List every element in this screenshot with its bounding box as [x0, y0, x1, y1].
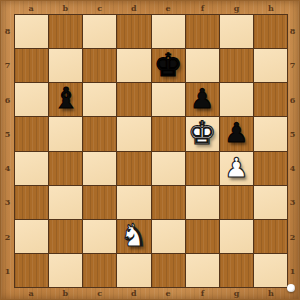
piece-black-bishop-b6[interactable]: ♝ [53, 84, 79, 113]
square-c2[interactable] [83, 220, 116, 253]
square-g1[interactable] [220, 254, 253, 287]
file-label-h: h [254, 1, 288, 14]
square-a1[interactable] [15, 254, 48, 287]
rank-labels-left: 87654321 [1, 14, 14, 288]
square-h6[interactable] [254, 83, 287, 116]
file-label-c: c [83, 1, 117, 14]
square-g5[interactable]: ♟ [220, 117, 253, 150]
square-d1[interactable] [117, 254, 150, 287]
square-f3[interactable] [186, 186, 219, 219]
file-label-f: f [185, 1, 219, 14]
board-grid: ♚♝♟♚♟♟♞ [14, 14, 288, 288]
square-b5[interactable] [49, 117, 82, 150]
square-d4[interactable] [117, 152, 150, 185]
square-c6[interactable] [83, 83, 116, 116]
square-e4[interactable] [152, 152, 185, 185]
square-e8[interactable] [152, 15, 185, 48]
file-label-d: d [117, 1, 151, 14]
square-c8[interactable] [83, 15, 116, 48]
square-h7[interactable] [254, 49, 287, 82]
rank-label-4: 4 [1, 151, 14, 185]
square-g6[interactable] [220, 83, 253, 116]
square-a7[interactable] [15, 49, 48, 82]
rank-label-6: 6 [1, 83, 14, 117]
square-h2[interactable] [254, 220, 287, 253]
rank-label-5: 5 [1, 117, 14, 151]
file-label-b: b [48, 1, 82, 14]
square-b8[interactable] [49, 15, 82, 48]
square-c4[interactable] [83, 152, 116, 185]
file-label-a: a [14, 1, 48, 14]
square-c7[interactable] [83, 49, 116, 82]
square-f1[interactable] [186, 254, 219, 287]
square-e2[interactable] [152, 220, 185, 253]
piece-black-pawn-g5[interactable]: ♟ [224, 119, 248, 146]
square-d8[interactable] [117, 15, 150, 48]
square-d6[interactable] [117, 83, 150, 116]
piece-white-king-f5[interactable]: ♚ [188, 117, 217, 149]
rank-label-7: 7 [1, 48, 14, 82]
piece-white-pawn-g4[interactable]: ♟ [224, 154, 248, 181]
square-a6[interactable] [15, 83, 48, 116]
rank-label-2: 2 [1, 220, 14, 254]
piece-black-pawn-f6[interactable]: ♟ [190, 85, 214, 112]
square-e7[interactable]: ♚ [152, 49, 185, 82]
square-e3[interactable] [152, 186, 185, 219]
square-g8[interactable] [220, 15, 253, 48]
piece-white-knight-d2[interactable]: ♞ [120, 220, 148, 251]
square-g3[interactable] [220, 186, 253, 219]
square-g4[interactable]: ♟ [220, 152, 253, 185]
square-a5[interactable] [15, 117, 48, 150]
square-c3[interactable] [83, 186, 116, 219]
file-labels-top: abcdefgh [14, 1, 288, 14]
square-b7[interactable] [49, 49, 82, 82]
file-label-e: e [151, 1, 185, 14]
square-f5[interactable]: ♚ [186, 117, 219, 150]
square-a2[interactable] [15, 220, 48, 253]
square-e5[interactable] [152, 117, 185, 150]
square-b3[interactable] [49, 186, 82, 219]
square-h3[interactable] [254, 186, 287, 219]
square-b4[interactable] [49, 152, 82, 185]
square-d5[interactable] [117, 117, 150, 150]
square-g2[interactable] [220, 220, 253, 253]
rank-label-1: 1 [1, 254, 14, 288]
square-f4[interactable] [186, 152, 219, 185]
square-f8[interactable] [186, 15, 219, 48]
square-d7[interactable] [117, 49, 150, 82]
square-c1[interactable] [83, 254, 116, 287]
square-f2[interactable] [186, 220, 219, 253]
square-h4[interactable] [254, 152, 287, 185]
file-label-g: g [220, 1, 254, 14]
square-b6[interactable]: ♝ [49, 83, 82, 116]
rank-label-3: 3 [1, 185, 14, 219]
square-d3[interactable] [117, 186, 150, 219]
square-h8[interactable] [254, 15, 287, 48]
chess-board: abcdefgh abcdefgh 87654321 87654321 ♚♝♟♚… [0, 0, 300, 300]
square-h5[interactable] [254, 117, 287, 150]
square-f6[interactable]: ♟ [186, 83, 219, 116]
square-g7[interactable] [220, 49, 253, 82]
square-c5[interactable] [83, 117, 116, 150]
square-a4[interactable] [15, 152, 48, 185]
square-d2[interactable]: ♞ [117, 220, 150, 253]
white-to-move-indicator [287, 284, 295, 292]
square-a8[interactable] [15, 15, 48, 48]
square-h1[interactable] [254, 254, 287, 287]
square-f7[interactable] [186, 49, 219, 82]
piece-black-king-e7[interactable]: ♚ [154, 49, 183, 81]
square-e6[interactable] [152, 83, 185, 116]
rank-label-8: 8 [1, 14, 14, 48]
square-a3[interactable] [15, 186, 48, 219]
square-b1[interactable] [49, 254, 82, 287]
square-b2[interactable] [49, 220, 82, 253]
square-e1[interactable] [152, 254, 185, 287]
